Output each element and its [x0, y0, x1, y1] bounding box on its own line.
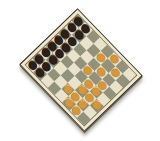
board-grid: ●●●●●●●●●●●●●●●●●●●●●●●●●●●●●●●●	[25, 14, 138, 127]
product-photo-background: ●●●●●●●●●●●●●●●●●●●●●●●●●●●●●●●●	[0, 0, 160, 141]
checkers-board: ●●●●●●●●●●●●●●●●●●●●●●●●●●●●●●●●	[19, 8, 142, 132]
